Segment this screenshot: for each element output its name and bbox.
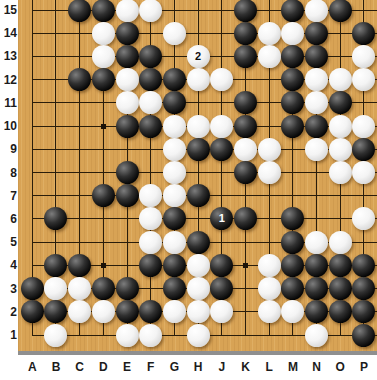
- coord-label-column-L: L: [259, 360, 279, 374]
- stone-white-O8[interactable]: [329, 161, 352, 184]
- stone-black-A2[interactable]: [21, 300, 44, 323]
- stone-black-G3[interactable]: [163, 277, 186, 300]
- coord-label-column-H: H: [188, 360, 208, 374]
- coord-label-row-9: 9: [0, 142, 18, 156]
- stone-black-O3[interactable]: [329, 277, 352, 300]
- stone-black-H5[interactable]: [187, 231, 210, 254]
- stone-black-F10[interactable]: [139, 115, 162, 138]
- stone-black-A3[interactable]: [21, 277, 44, 300]
- stone-white-G5[interactable]: [163, 231, 186, 254]
- stone-white-G8[interactable]: [163, 161, 186, 184]
- stone-black-M15[interactable]: [281, 0, 304, 22]
- stone-black-H7[interactable]: [187, 184, 210, 207]
- stone-black-E3[interactable]: [116, 277, 139, 300]
- go-board-screenshot: 21ABCDEFGHJKLMNOP151413121110987654321: [0, 0, 377, 380]
- stone-white-F15[interactable]: [139, 0, 162, 22]
- stone-white-H2[interactable]: [187, 300, 210, 323]
- coord-label-column-C: C: [70, 360, 90, 374]
- stone-white-P10[interactable]: [352, 115, 375, 138]
- stone-white-G10[interactable]: [163, 115, 186, 138]
- stone-black-C4[interactable]: [68, 254, 91, 277]
- stone-black-P1[interactable]: [352, 324, 375, 347]
- stone-white-B1[interactable]: [44, 324, 67, 347]
- stone-black-G12[interactable]: [163, 68, 186, 91]
- coord-label-column-O: O: [330, 360, 350, 374]
- stone-white-L14[interactable]: [258, 22, 281, 45]
- stone-black-O2[interactable]: [329, 300, 352, 323]
- star-point-D10: [101, 124, 106, 129]
- stone-black-H9[interactable]: [187, 138, 210, 161]
- stone-white-O9[interactable]: [329, 138, 352, 161]
- stone-white-H12[interactable]: [187, 68, 210, 91]
- stone-white-D14[interactable]: [92, 22, 115, 45]
- coord-label-row-7: 7: [0, 189, 18, 203]
- stone-black-N10[interactable]: [305, 115, 328, 138]
- stone-white-M14[interactable]: [281, 22, 304, 45]
- stone-black-E10[interactable]: [116, 115, 139, 138]
- stone-black-K10[interactable]: [234, 115, 257, 138]
- stone-white-H1[interactable]: [187, 324, 210, 347]
- stone-black-O11[interactable]: [329, 91, 352, 114]
- stone-black-N14[interactable]: [305, 22, 328, 45]
- move-number-label-H13: 2: [195, 51, 201, 62]
- stone-black-N13[interactable]: [305, 45, 328, 68]
- stone-black-M10[interactable]: [281, 115, 304, 138]
- stone-white-H13[interactable]: 2: [187, 45, 210, 68]
- stone-white-H3[interactable]: [187, 277, 210, 300]
- coord-label-row-6: 6: [0, 212, 18, 226]
- coord-label-column-M: M: [283, 360, 303, 374]
- stone-white-D13[interactable]: [92, 45, 115, 68]
- stone-white-G9[interactable]: [163, 138, 186, 161]
- stone-white-L3[interactable]: [258, 277, 281, 300]
- coord-label-row-13: 13: [0, 49, 18, 63]
- stone-white-K9[interactable]: [234, 138, 257, 161]
- stone-black-M5[interactable]: [281, 231, 304, 254]
- stone-white-N5[interactable]: [305, 231, 328, 254]
- coord-label-column-B: B: [46, 360, 66, 374]
- stone-white-F1[interactable]: [139, 324, 162, 347]
- coord-label-column-D: D: [93, 360, 113, 374]
- coord-label-column-K: K: [236, 360, 256, 374]
- stone-white-D2[interactable]: [92, 300, 115, 323]
- move-number-label-J6: 1: [219, 213, 225, 224]
- stone-white-E12[interactable]: [116, 68, 139, 91]
- stone-black-O15[interactable]: [329, 0, 352, 22]
- coord-label-row-3: 3: [0, 282, 18, 296]
- grid-line-row-6: [32, 218, 377, 219]
- stone-white-O10[interactable]: [329, 115, 352, 138]
- stone-white-H4[interactable]: [187, 254, 210, 277]
- stone-white-E11[interactable]: [116, 91, 139, 114]
- stone-black-E8[interactable]: [116, 161, 139, 184]
- stone-black-E14[interactable]: [116, 22, 139, 45]
- stone-black-D12[interactable]: [92, 68, 115, 91]
- stone-white-L13[interactable]: [258, 45, 281, 68]
- coord-label-row-5: 5: [0, 235, 18, 249]
- stone-white-N9[interactable]: [305, 138, 328, 161]
- stone-white-O5[interactable]: [329, 231, 352, 254]
- stone-black-E7[interactable]: [116, 184, 139, 207]
- grid-line-row-8: [32, 172, 377, 173]
- coord-label-row-8: 8: [0, 166, 18, 180]
- stone-black-D3[interactable]: [92, 277, 115, 300]
- stone-white-E15[interactable]: [116, 0, 139, 22]
- stone-white-N15[interactable]: [305, 0, 328, 22]
- coord-label-column-A: A: [22, 360, 42, 374]
- coord-label-column-G: G: [164, 360, 184, 374]
- stone-black-D7[interactable]: [92, 184, 115, 207]
- star-point-D4: [101, 263, 106, 268]
- star-point-K4: [243, 263, 248, 268]
- stone-black-J9[interactable]: [210, 138, 233, 161]
- stone-black-N3[interactable]: [305, 277, 328, 300]
- stone-black-C15[interactable]: [68, 0, 91, 22]
- stone-black-E2[interactable]: [116, 300, 139, 323]
- coord-label-row-12: 12: [0, 73, 18, 87]
- stone-black-N4[interactable]: [305, 254, 328, 277]
- coord-label-column-J: J: [212, 360, 232, 374]
- stone-black-K8[interactable]: [234, 161, 257, 184]
- stone-black-G4[interactable]: [163, 254, 186, 277]
- stone-white-G14[interactable]: [163, 22, 186, 45]
- coord-label-column-E: E: [117, 360, 137, 374]
- stone-white-E1[interactable]: [116, 324, 139, 347]
- stone-white-O12[interactable]: [329, 68, 352, 91]
- stone-black-K13[interactable]: [234, 45, 257, 68]
- coord-label-row-10: 10: [0, 119, 18, 133]
- stone-white-H10[interactable]: [187, 115, 210, 138]
- stone-white-L4[interactable]: [258, 254, 281, 277]
- stone-black-E13[interactable]: [116, 45, 139, 68]
- coord-label-row-11: 11: [0, 96, 18, 110]
- stone-black-K14[interactable]: [234, 22, 257, 45]
- coord-label-row-15: 15: [0, 3, 18, 17]
- stone-black-K15[interactable]: [234, 0, 257, 22]
- stone-black-O4[interactable]: [329, 254, 352, 277]
- coord-label-column-N: N: [307, 360, 327, 374]
- stone-white-L9[interactable]: [258, 138, 281, 161]
- stone-white-F5[interactable]: [139, 231, 162, 254]
- stone-white-L2[interactable]: [258, 300, 281, 323]
- stone-white-J10[interactable]: [210, 115, 233, 138]
- coord-label-row-2: 2: [0, 305, 18, 319]
- coord-label-row-14: 14: [0, 26, 18, 40]
- stone-white-N1[interactable]: [305, 324, 328, 347]
- stone-black-D15[interactable]: [92, 0, 115, 22]
- coord-label-column-P: P: [354, 360, 374, 374]
- coord-label-column-F: F: [141, 360, 161, 374]
- stone-white-L8[interactable]: [258, 161, 281, 184]
- coord-label-row-1: 1: [0, 328, 18, 342]
- coord-label-row-4: 4: [0, 258, 18, 272]
- stone-black-F4[interactable]: [139, 254, 162, 277]
